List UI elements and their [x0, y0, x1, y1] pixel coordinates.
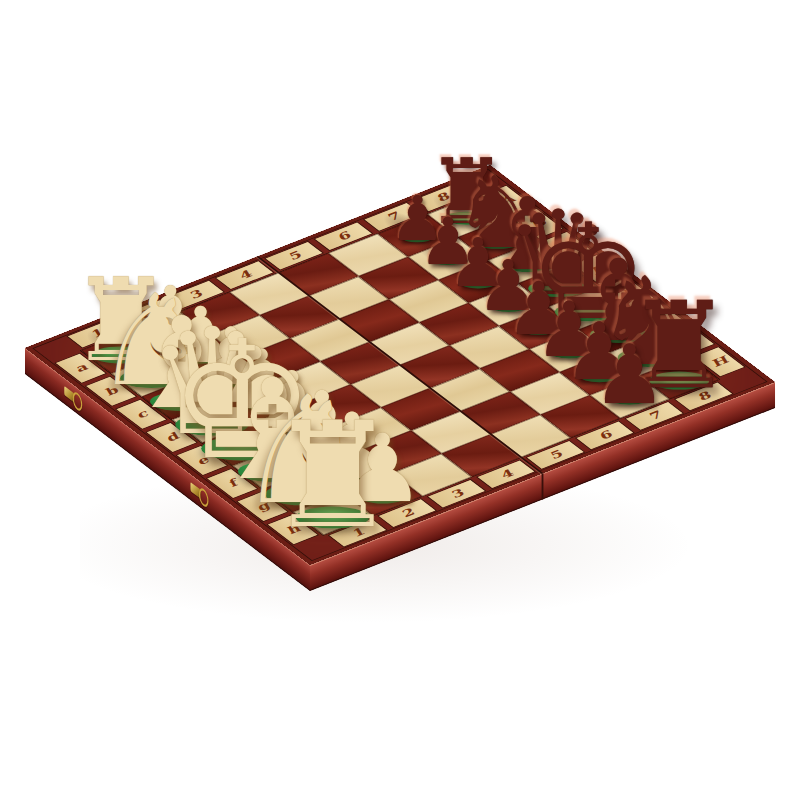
fold-seam-side — [542, 473, 544, 500]
piece-white-rook-h1: ♜ — [268, 401, 399, 547]
chess-set-photo: aA11bB22cC33dD44eE55fF66gG77hH88 ♜♟♞♟♝♟♛… — [0, 0, 800, 800]
coordinate-label-text: 5 — [283, 249, 305, 262]
coordinate-label-text: 6 — [594, 429, 616, 442]
piece-black-pawn-h7: ♟ — [593, 334, 667, 416]
coordinate-label-text: 6 — [332, 230, 354, 243]
clasp-hook-icon — [73, 389, 83, 413]
rook-glyph: ♜ — [268, 401, 399, 547]
coordinate-label-text: 5 — [544, 448, 566, 461]
pawn-glyph: ♟ — [593, 334, 667, 416]
coordinate-label-text: 4 — [234, 269, 256, 282]
coordinate-label-text: 4 — [495, 468, 517, 481]
coordinate-label-text: 3 — [446, 487, 468, 500]
